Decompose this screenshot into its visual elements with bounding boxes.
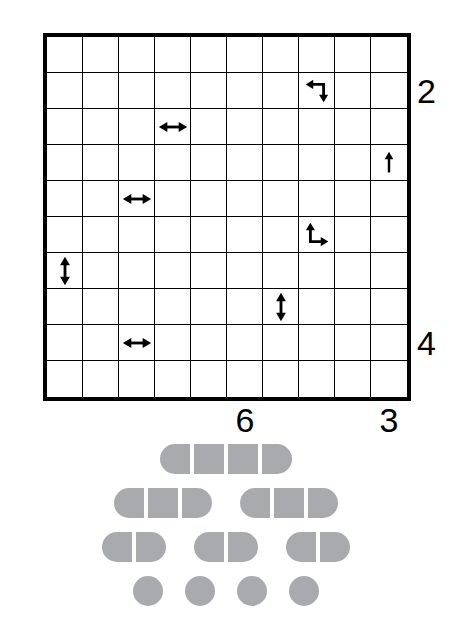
cell-r5c8[interactable] [299, 181, 335, 217]
cell-r1c1[interactable] [47, 37, 83, 73]
cell-r3c8[interactable] [299, 109, 335, 145]
cell-r3c6[interactable] [227, 109, 263, 145]
ship-middle-segment [274, 488, 304, 518]
fleet-ship-1 [289, 576, 319, 606]
fleet-row [160, 444, 292, 474]
cell-r10c2[interactable] [83, 361, 119, 397]
cell-r2c5[interactable] [191, 73, 227, 109]
cell-r7c6[interactable] [227, 253, 263, 289]
cell-r3c1[interactable] [47, 109, 83, 145]
ship-single-segment [289, 576, 319, 606]
cell-r1c4[interactable] [155, 37, 191, 73]
fleet-ship-1 [237, 576, 267, 606]
cell-r10c4[interactable] [155, 361, 191, 397]
cell-r1c9[interactable] [335, 37, 371, 73]
cell-r3c5[interactable] [191, 109, 227, 145]
cell-r10c9[interactable] [335, 361, 371, 397]
ship-left-cap-segment [160, 444, 190, 474]
fleet-row [133, 576, 319, 606]
fleet-legend [0, 444, 451, 606]
cell-r8c8[interactable] [299, 289, 335, 325]
cell-r8c2[interactable] [83, 289, 119, 325]
cell-r10c3[interactable] [119, 361, 155, 397]
arrow-elbow-left-down-icon [300, 74, 334, 108]
cell-r2c7[interactable] [263, 73, 299, 109]
cell-r10c10[interactable] [371, 361, 407, 397]
cell-r2c2[interactable] [83, 73, 119, 109]
arrow-double-horizontal-icon [120, 182, 154, 216]
cell-r9c7[interactable] [263, 325, 299, 361]
cell-r7c2[interactable] [83, 253, 119, 289]
cell-r4c4[interactable] [155, 145, 191, 181]
puzzle-canvas: 2463 [0, 0, 451, 621]
cell-r8c5[interactable] [191, 289, 227, 325]
cell-r10c1[interactable] [47, 361, 83, 397]
cell-r7c5[interactable] [191, 253, 227, 289]
cell-r2c3[interactable] [119, 73, 155, 109]
cell-r4c8[interactable] [299, 145, 335, 181]
cell-r6c5[interactable] [191, 217, 227, 253]
ship-right-cap-segment [182, 488, 212, 518]
cell-r1c3[interactable] [119, 37, 155, 73]
battleships-board [43, 33, 411, 401]
cell-r8c9[interactable] [335, 289, 371, 325]
ship-right-cap-segment [262, 444, 292, 474]
cell-r1c10[interactable] [371, 37, 407, 73]
ship-right-cap-segment [136, 532, 166, 562]
cell-r2c4[interactable] [155, 73, 191, 109]
cell-r7c7[interactable] [263, 253, 299, 289]
cell-r6c3[interactable] [119, 217, 155, 253]
cell-r1c8[interactable] [299, 37, 335, 73]
row-clue-r2: 2 [417, 73, 451, 109]
cell-r1c2[interactable] [83, 37, 119, 73]
col-clue-c6: 6 [227, 402, 263, 438]
cell-r8c10[interactable] [371, 289, 407, 325]
cell-r9c8[interactable] [299, 325, 335, 361]
ship-single-segment [237, 576, 267, 606]
cell-r6c1[interactable] [47, 217, 83, 253]
ship-right-cap-segment [320, 532, 350, 562]
ship-middle-segment [148, 488, 178, 518]
cell-r8c3[interactable] [119, 289, 155, 325]
ship-single-segment [133, 576, 163, 606]
arrow-elbow-up-right-icon [300, 218, 334, 252]
fleet-ship-1 [185, 576, 215, 606]
cell-r4c7[interactable] [263, 145, 299, 181]
cell-r4c6[interactable] [227, 145, 263, 181]
ship-left-cap-segment [194, 532, 224, 562]
cell-r3c9[interactable] [335, 109, 371, 145]
fleet-ship-3 [114, 488, 212, 518]
cell-r3c7[interactable] [263, 109, 299, 145]
cell-r4c3[interactable] [119, 145, 155, 181]
fleet-row [102, 532, 350, 562]
arrow-double-horizontal-icon [156, 110, 190, 144]
ship-left-cap-segment [102, 532, 132, 562]
cell-r8c7[interactable] [263, 289, 299, 325]
cell-r7c10[interactable] [371, 253, 407, 289]
cell-r2c1[interactable] [47, 73, 83, 109]
fleet-ship-2 [102, 532, 166, 562]
arrow-up-icon [372, 146, 406, 180]
cell-r5c3[interactable] [119, 181, 155, 217]
cell-r5c10[interactable] [371, 181, 407, 217]
cell-r6c2[interactable] [83, 217, 119, 253]
cell-r10c6[interactable] [227, 361, 263, 397]
fleet-ship-2 [286, 532, 350, 562]
cell-r2c9[interactable] [335, 73, 371, 109]
cell-r8c6[interactable] [227, 289, 263, 325]
cell-r9c5[interactable] [191, 325, 227, 361]
arrow-double-vertical-icon [264, 290, 298, 324]
cell-r4c1[interactable] [47, 145, 83, 181]
cell-r6c4[interactable] [155, 217, 191, 253]
fleet-ship-2 [194, 532, 258, 562]
cell-r5c5[interactable] [191, 181, 227, 217]
cell-r7c9[interactable] [335, 253, 371, 289]
cell-r7c4[interactable] [155, 253, 191, 289]
fleet-ship-1 [133, 576, 163, 606]
cell-r5c9[interactable] [335, 181, 371, 217]
cell-r9c1[interactable] [47, 325, 83, 361]
cell-r6c9[interactable] [335, 217, 371, 253]
cell-r9c2[interactable] [83, 325, 119, 361]
ship-right-cap-segment [308, 488, 338, 518]
col-clue-c10: 3 [371, 402, 407, 438]
ship-middle-segment [228, 444, 258, 474]
cell-r9c3[interactable] [119, 325, 155, 361]
cell-r6c10[interactable] [371, 217, 407, 253]
cell-r9c4[interactable] [155, 325, 191, 361]
ship-left-cap-segment [240, 488, 270, 518]
cell-r8c4[interactable] [155, 289, 191, 325]
row-clue-r9: 4 [417, 325, 451, 361]
cell-r4c2[interactable] [83, 145, 119, 181]
cell-r9c10[interactable] [371, 325, 407, 361]
cell-r7c8[interactable] [299, 253, 335, 289]
ship-right-cap-segment [228, 532, 258, 562]
cell-r7c1[interactable] [47, 253, 83, 289]
cell-r7c3[interactable] [119, 253, 155, 289]
cell-r6c8[interactable] [299, 217, 335, 253]
cell-r6c7[interactable] [263, 217, 299, 253]
cell-r5c2[interactable] [83, 181, 119, 217]
cell-r3c3[interactable] [119, 109, 155, 145]
cell-r2c6[interactable] [227, 73, 263, 109]
cell-r4c10[interactable] [371, 145, 407, 181]
cell-r5c6[interactable] [227, 181, 263, 217]
cell-r1c7[interactable] [263, 37, 299, 73]
cell-r3c4[interactable] [155, 109, 191, 145]
cell-r8c1[interactable] [47, 289, 83, 325]
cell-r10c8[interactable] [299, 361, 335, 397]
fleet-row [114, 488, 338, 518]
cell-r9c9[interactable] [335, 325, 371, 361]
cell-r2c10[interactable] [371, 73, 407, 109]
arrow-double-horizontal-icon [120, 326, 154, 360]
fleet-ship-4 [160, 444, 292, 474]
cell-r3c10[interactable] [371, 109, 407, 145]
cell-r1c6[interactable] [227, 37, 263, 73]
cell-r9c6[interactable] [227, 325, 263, 361]
cell-r3c2[interactable] [83, 109, 119, 145]
ship-middle-segment [194, 444, 224, 474]
ship-left-cap-segment [114, 488, 144, 518]
cell-r2c8[interactable] [299, 73, 335, 109]
ship-left-cap-segment [286, 532, 316, 562]
cell-r10c7[interactable] [263, 361, 299, 397]
cell-r4c5[interactable] [191, 145, 227, 181]
cell-r10c5[interactable] [191, 361, 227, 397]
cell-r6c6[interactable] [227, 217, 263, 253]
fleet-ship-3 [240, 488, 338, 518]
cell-r5c4[interactable] [155, 181, 191, 217]
cell-r5c7[interactable] [263, 181, 299, 217]
cell-r5c1[interactable] [47, 181, 83, 217]
cell-r4c9[interactable] [335, 145, 371, 181]
arrow-double-vertical-icon [48, 254, 82, 288]
ship-single-segment [185, 576, 215, 606]
cell-r1c5[interactable] [191, 37, 227, 73]
